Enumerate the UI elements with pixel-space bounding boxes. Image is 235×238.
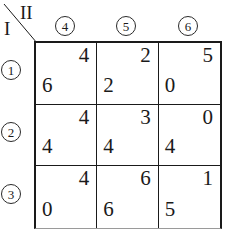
cell-r2-c4: 4 4 bbox=[36, 105, 97, 167]
row-header-strategy-1: 1 bbox=[1, 60, 21, 80]
payoff-top-right: 3 bbox=[140, 106, 151, 129]
cell-r1-c5: 2 2 bbox=[97, 43, 158, 105]
cell-r3-c6: 1 5 bbox=[159, 166, 220, 228]
payoff-top-right: 6 bbox=[140, 167, 151, 190]
payoff-bottom-left: 4 bbox=[103, 135, 114, 158]
row-player-label: I bbox=[4, 19, 10, 38]
payoff-bottom-left: 6 bbox=[103, 198, 114, 221]
cell-r2-c6: 0 4 bbox=[159, 105, 220, 167]
column-header-strategy-5: 5 bbox=[116, 16, 136, 36]
column-header-strategy-6: 6 bbox=[178, 16, 198, 36]
payoff-bottom-left: 6 bbox=[42, 74, 53, 97]
payoff-top-right: 0 bbox=[202, 106, 213, 129]
cell-r3-c4: 4 0 bbox=[36, 166, 97, 228]
row-header-strategy-3: 3 bbox=[1, 184, 21, 204]
payoff-bottom-left: 2 bbox=[103, 74, 114, 97]
payoff-top-right: 2 bbox=[140, 44, 151, 67]
payoff-bottom-left: 4 bbox=[165, 135, 176, 158]
cell-r3-c5: 6 6 bbox=[97, 166, 158, 228]
payoff-bottom-left: 0 bbox=[42, 198, 53, 221]
payoff-top-right: 5 bbox=[202, 44, 213, 67]
payoff-bottom-left: 5 bbox=[165, 198, 176, 221]
payoff-matrix-diagram: II I 4 5 6 1 2 3 4 6 2 2 5 0 4 4 3 4 0 4 bbox=[0, 0, 235, 238]
payoff-top-right: 4 bbox=[79, 106, 90, 129]
column-header-strategy-4: 4 bbox=[55, 16, 75, 36]
payoff-top-right: 4 bbox=[79, 167, 90, 190]
payoff-grid: 4 6 2 2 5 0 4 4 3 4 0 4 4 0 6 6 bbox=[34, 41, 222, 229]
payoff-bottom-left: 4 bbox=[42, 135, 53, 158]
cell-r1-c6: 5 0 bbox=[159, 43, 220, 105]
cell-r2-c5: 3 4 bbox=[97, 105, 158, 167]
cell-r1-c4: 4 6 bbox=[36, 43, 97, 105]
row-header-strategy-2: 2 bbox=[1, 122, 21, 142]
column-player-label: II bbox=[20, 3, 33, 22]
payoff-top-right: 4 bbox=[79, 44, 90, 67]
payoff-top-right: 1 bbox=[202, 167, 213, 190]
payoff-bottom-left: 0 bbox=[165, 74, 176, 97]
